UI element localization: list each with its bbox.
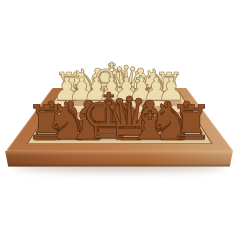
- pieces-layer: ♜♞♝♚♛♝♞♜♟♟♟♟♟♟♟♟♟♟♟♟♟♟♟♟♜♞♝♚♛♝♞♜: [0, 0, 238, 238]
- chess-set-photo: ♜♞♝♚♛♝♞♜♟♟♟♟♟♟♟♟♟♟♟♟♟♟♟♟♜♞♝♚♛♝♞♜: [0, 0, 238, 238]
- black-rook-a8[interactable]: ♜: [170, 99, 213, 147]
- scene: ♜♞♝♚♛♝♞♜♟♟♟♟♟♟♟♟♟♟♟♟♟♟♟♟♜♞♝♚♛♝♞♜: [0, 0, 238, 238]
